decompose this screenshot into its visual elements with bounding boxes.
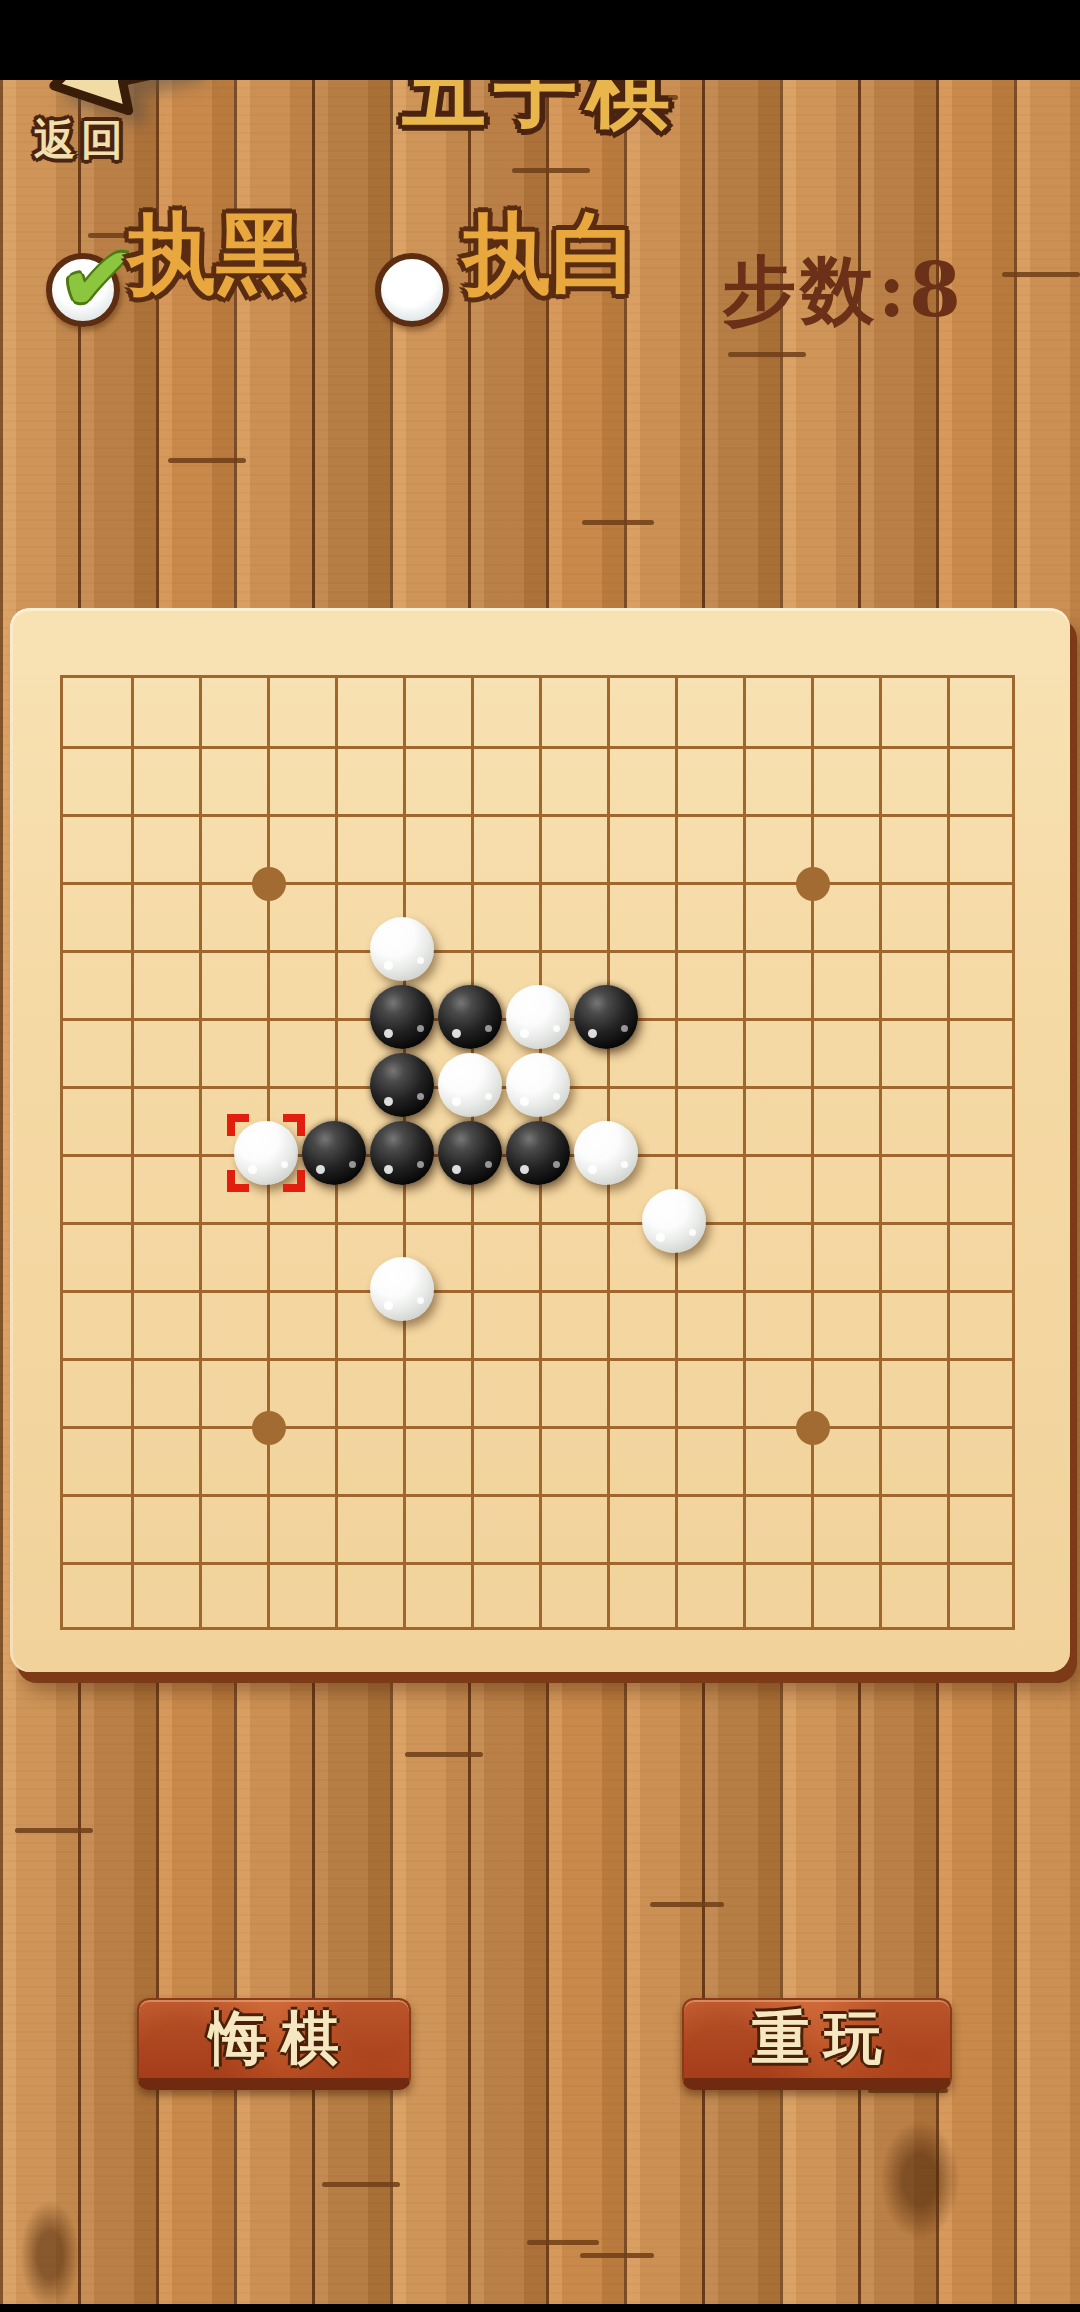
replay-button[interactable]: 重玩: [682, 1998, 952, 2090]
wood-knot: [20, 2200, 80, 2310]
wood-background: 返回 五子棋 ✔ 执黑 执白 步数:8 悔棋 重玩: [0, 0, 1080, 2312]
board-cell: [368, 983, 436, 1051]
stone-white: [370, 1257, 434, 1321]
option-label-black: 执黑: [128, 209, 304, 297]
stone-white: [506, 985, 570, 1049]
undo-button[interactable]: 悔棋: [137, 1998, 411, 2090]
board-cell: [436, 1119, 504, 1187]
board-cell: [368, 1051, 436, 1119]
stone-white: [438, 1053, 502, 1117]
stone-white: [642, 1189, 706, 1253]
board[interactable]: [10, 608, 1070, 1672]
board-cell: [640, 1187, 708, 1255]
board-cell: [436, 1051, 504, 1119]
plank-seam: [728, 352, 806, 357]
board-cell: [232, 1119, 300, 1187]
wood-knot: [880, 2120, 960, 2240]
plank-seam: [650, 1902, 724, 1907]
move-counter-text: 步数:8: [722, 247, 965, 333]
stone-white: [506, 1053, 570, 1117]
plank-seam: [322, 2182, 400, 2187]
plank-seam: [168, 458, 246, 463]
stone-black: [370, 1121, 434, 1185]
stone-black: [506, 1121, 570, 1185]
stone-black: [370, 1053, 434, 1117]
stone-black: [438, 1121, 502, 1185]
radio-checked-icon: ✔: [46, 253, 120, 327]
board-cell: [300, 1119, 368, 1187]
board-cell: [504, 1051, 572, 1119]
board-cell: [572, 983, 640, 1051]
replay-button-label: 重玩: [738, 2000, 896, 2078]
plank-seam: [405, 1752, 483, 1757]
plank-seam: [15, 1828, 93, 1833]
bottom-bar: [0, 2304, 1080, 2312]
plank-seam: [527, 2240, 599, 2245]
plank-seam: [512, 168, 590, 173]
board-cell: [368, 915, 436, 983]
move-counter: 步数:8: [722, 242, 965, 342]
stone-black: [302, 1121, 366, 1185]
stone-black: [370, 985, 434, 1049]
option-label-white: 执白: [463, 209, 639, 297]
board-cell: [572, 1119, 640, 1187]
radio-unchecked-icon: [375, 253, 449, 327]
plank-seam: [1002, 272, 1080, 277]
status-bar: [0, 0, 1080, 80]
board-cell: [436, 983, 504, 1051]
board-cell: [368, 1255, 436, 1323]
back-label: 返回: [34, 112, 128, 168]
stone-black: [574, 985, 638, 1049]
plank-seam: [582, 520, 654, 525]
stones-layer: [28, 643, 1048, 1663]
board-cell: [504, 983, 572, 1051]
stone-white: [370, 917, 434, 981]
board-cell: [368, 1119, 436, 1187]
undo-button-label: 悔棋: [195, 2000, 353, 2078]
option-play-white[interactable]: 执白: [375, 253, 655, 383]
board-cell: [504, 1119, 572, 1187]
stone-black: [438, 985, 502, 1049]
last-move-marker: [227, 1114, 305, 1192]
stone-white: [574, 1121, 638, 1185]
plank-seam: [580, 2253, 654, 2258]
option-play-black[interactable]: ✔ 执黑: [46, 253, 336, 383]
